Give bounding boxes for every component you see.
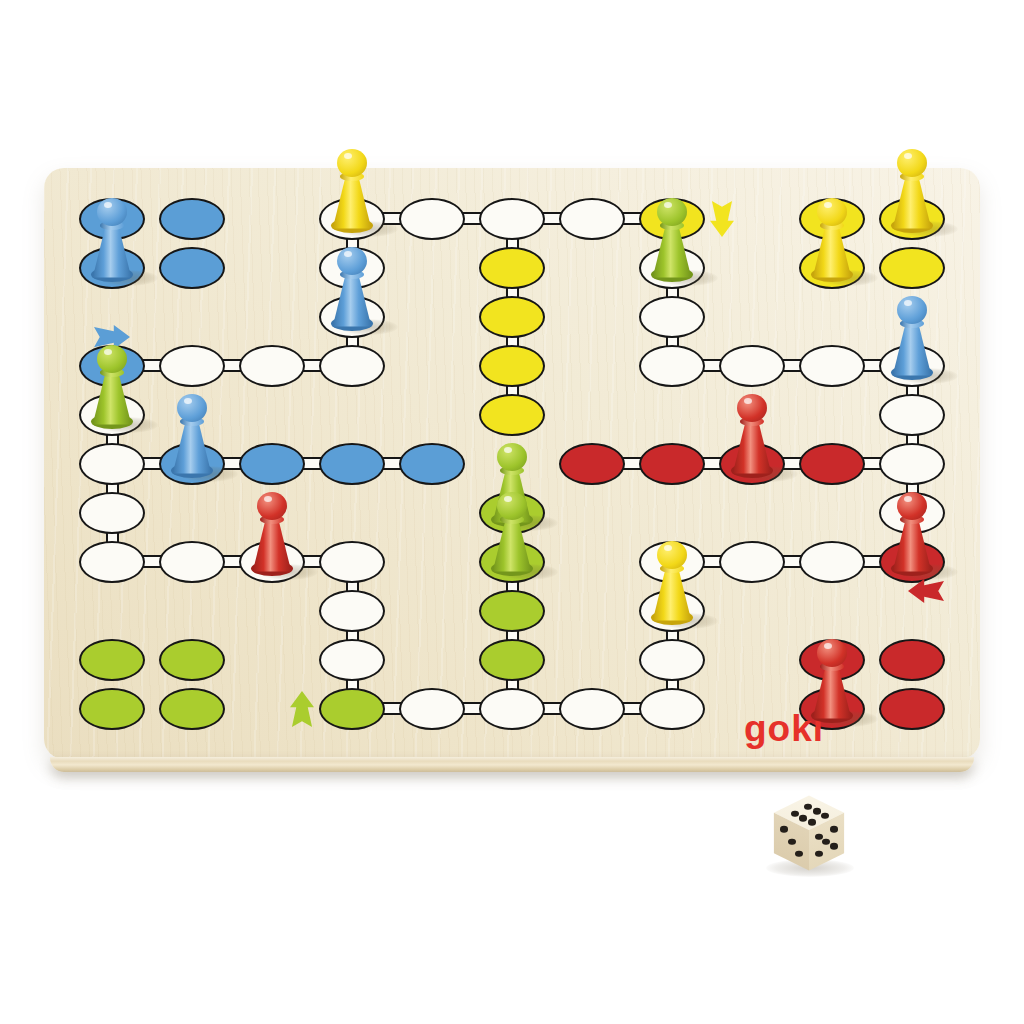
field-finish-red[interactable] xyxy=(559,443,625,485)
pawn-highlight xyxy=(744,398,752,404)
die-pip xyxy=(821,812,829,819)
field-track-white[interactable] xyxy=(559,198,625,240)
field-track-white[interactable] xyxy=(719,345,785,387)
field-finish-blue[interactable] xyxy=(319,443,385,485)
field-track-white[interactable] xyxy=(559,688,625,730)
pawn-head xyxy=(97,345,127,373)
pawn-body xyxy=(93,373,131,425)
field-home-red[interactable] xyxy=(879,639,945,681)
pawn-highlight xyxy=(184,398,192,404)
pawn-head xyxy=(817,639,847,667)
pawn-highlight xyxy=(104,349,112,355)
pawn-red[interactable] xyxy=(886,490,938,578)
pawn-body xyxy=(93,226,131,278)
field-track-white[interactable] xyxy=(79,443,145,485)
pawn-body xyxy=(653,226,691,278)
die-pip xyxy=(813,808,821,815)
pawn-blue[interactable] xyxy=(326,245,378,333)
yellow-start-arrow-icon xyxy=(710,201,734,237)
field-home-yellow[interactable] xyxy=(879,247,945,289)
board-plywood-edge xyxy=(50,757,974,772)
field-track-white[interactable] xyxy=(719,541,785,583)
field-track-white[interactable] xyxy=(399,198,465,240)
pawn-highlight xyxy=(344,153,352,159)
pawn-highlight xyxy=(504,447,512,453)
pawn-highlight xyxy=(824,643,832,649)
field-home-blue[interactable] xyxy=(159,247,225,289)
pawn-head xyxy=(657,198,687,226)
die-pip xyxy=(815,834,823,841)
die-pip xyxy=(780,826,788,833)
pawn-head xyxy=(337,247,367,275)
pawn-body xyxy=(813,226,851,278)
pawn-highlight xyxy=(504,496,512,502)
pawn-head xyxy=(897,296,927,324)
die-pip xyxy=(795,851,803,858)
pawn-head xyxy=(737,394,767,422)
pawn-green[interactable] xyxy=(86,343,138,431)
field-track-white[interactable] xyxy=(879,394,945,436)
pawn-yellow[interactable] xyxy=(646,539,698,627)
pawn-body xyxy=(333,275,371,327)
pawn-head xyxy=(497,443,527,471)
die-pip xyxy=(799,815,807,822)
pawn-head xyxy=(497,492,527,520)
field-track-white[interactable] xyxy=(879,443,945,485)
die-pip xyxy=(830,826,838,833)
die-pip xyxy=(804,804,812,811)
field-track-white[interactable] xyxy=(79,541,145,583)
field-track-white[interactable] xyxy=(79,492,145,534)
pawn-highlight xyxy=(664,202,672,208)
field-finish-red[interactable] xyxy=(639,443,705,485)
green-start-arrow-icon xyxy=(290,691,314,727)
die-pip xyxy=(808,819,816,826)
pawn-highlight xyxy=(104,202,112,208)
pawn-highlight xyxy=(344,251,352,257)
field-track-white[interactable] xyxy=(159,345,225,387)
pawn-green[interactable] xyxy=(486,490,538,578)
field-finish-yellow[interactable] xyxy=(479,394,545,436)
pawn-green[interactable] xyxy=(646,196,698,284)
field-track-white[interactable] xyxy=(159,541,225,583)
field-track-white[interactable] xyxy=(639,688,705,730)
pawn-head xyxy=(897,492,927,520)
field-track-white[interactable] xyxy=(639,296,705,338)
field-track-white[interactable] xyxy=(639,639,705,681)
pawn-body xyxy=(733,422,771,474)
field-track-white[interactable] xyxy=(319,590,385,632)
pawn-highlight xyxy=(664,545,672,551)
field-finish-yellow[interactable] xyxy=(479,296,545,338)
pawn-body xyxy=(333,177,371,229)
photo-stage: goki xyxy=(0,0,1024,1024)
field-track-white[interactable] xyxy=(479,688,545,730)
pawn-head xyxy=(657,541,687,569)
pawn-body xyxy=(893,520,931,572)
field-home-green[interactable] xyxy=(159,688,225,730)
pawn-highlight xyxy=(824,202,832,208)
pawn-body xyxy=(893,177,931,229)
field-track-white[interactable] xyxy=(639,345,705,387)
pawn-body xyxy=(493,520,531,572)
die-pip xyxy=(830,843,838,850)
field-home-green[interactable] xyxy=(159,639,225,681)
die-cube xyxy=(770,794,848,872)
field-track-white[interactable] xyxy=(799,345,865,387)
field-home-green[interactable] xyxy=(79,688,145,730)
ludo-board: goki xyxy=(44,168,980,759)
field-finish-red[interactable] xyxy=(799,443,865,485)
field-finish-green[interactable] xyxy=(479,590,545,632)
field-finish-green[interactable] xyxy=(479,639,545,681)
pawn-body xyxy=(893,324,931,376)
pawn-highlight xyxy=(904,153,912,159)
die-pip xyxy=(815,851,823,858)
pawn-head xyxy=(337,149,367,177)
pawn-yellow[interactable] xyxy=(886,147,938,235)
field-track-white[interactable] xyxy=(319,345,385,387)
pawn-highlight xyxy=(904,300,912,306)
field-track-white[interactable] xyxy=(319,639,385,681)
pawn-highlight xyxy=(904,496,912,502)
field-track-white[interactable] xyxy=(319,541,385,583)
die[interactable] xyxy=(770,794,848,872)
pawn-blue[interactable] xyxy=(886,294,938,382)
field-track-white[interactable] xyxy=(239,345,305,387)
pawn-head xyxy=(817,198,847,226)
pawn-head xyxy=(897,149,927,177)
field-home-green[interactable] xyxy=(79,639,145,681)
field-home-blue[interactable] xyxy=(159,198,225,240)
pawn-blue[interactable] xyxy=(166,392,218,480)
pawn-yellow[interactable] xyxy=(806,196,858,284)
pawn-head xyxy=(177,394,207,422)
field-finish-blue[interactable] xyxy=(239,443,305,485)
field-finish-yellow[interactable] xyxy=(479,345,545,387)
pawn-body xyxy=(653,569,691,621)
pawn-head xyxy=(257,492,287,520)
field-track-white[interactable] xyxy=(479,198,545,240)
pawn-body xyxy=(173,422,211,474)
pawn-body xyxy=(253,520,291,572)
field-home-red[interactable] xyxy=(879,688,945,730)
pawn-red[interactable] xyxy=(726,392,778,480)
field-finish-yellow[interactable] xyxy=(479,247,545,289)
die-pip xyxy=(791,811,799,818)
pawn-head xyxy=(97,198,127,226)
pawn-highlight xyxy=(264,496,272,502)
die-pip xyxy=(822,838,830,845)
field-track-white[interactable] xyxy=(399,688,465,730)
die-pip xyxy=(788,838,796,845)
pawn-body xyxy=(813,667,851,719)
pawn-blue[interactable] xyxy=(86,196,138,284)
field-start-green[interactable] xyxy=(319,688,385,730)
pawn-yellow[interactable] xyxy=(326,147,378,235)
field-track-white[interactable] xyxy=(799,541,865,583)
pawn-red[interactable] xyxy=(806,637,858,725)
pawn-red[interactable] xyxy=(246,490,298,578)
field-finish-blue[interactable] xyxy=(399,443,465,485)
